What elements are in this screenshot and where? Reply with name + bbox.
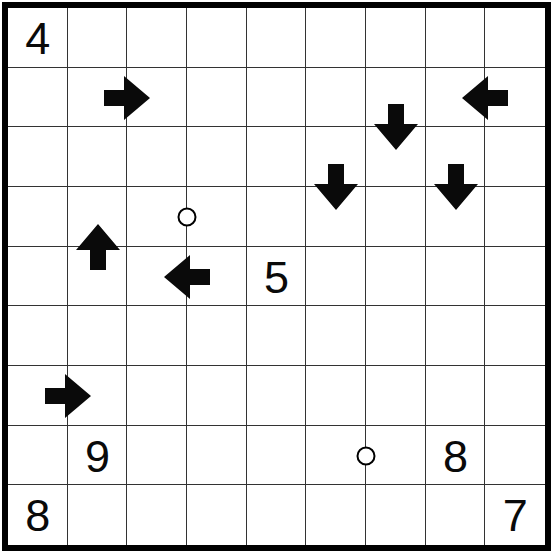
cell-r1c1[interactable] [8,8,68,68]
cell-r8c5[interactable] [247,426,307,486]
cell-r9c2[interactable] [68,485,128,545]
cell-r8c7[interactable] [366,426,426,486]
cell-r4c9[interactable] [485,187,545,247]
cell-r5c8[interactable] [426,247,486,307]
cell-r8c8[interactable] [426,426,486,486]
cell-r1c2[interactable] [68,8,128,68]
cell-r5c5[interactable] [247,247,307,307]
cell-r6c6[interactable] [306,306,366,366]
cell-r3c1[interactable] [8,127,68,187]
cell-r9c5[interactable] [247,485,307,545]
cell-r7c4[interactable] [187,366,247,426]
cell-r9c1[interactable] [8,485,68,545]
cell-r5c9[interactable] [485,247,545,307]
cell-r4c5[interactable] [247,187,307,247]
cell-r4c6[interactable] [306,187,366,247]
cell-r3c5[interactable] [247,127,307,187]
cell-r9c3[interactable] [127,485,187,545]
cell-r6c1[interactable] [8,306,68,366]
cell-r4c3[interactable] [127,187,187,247]
cell-r7c1[interactable] [8,366,68,426]
cell-r1c7[interactable] [366,8,426,68]
cell-r7c7[interactable] [366,366,426,426]
cell-r8c2[interactable] [68,426,128,486]
cell-r4c1[interactable] [8,187,68,247]
cell-r3c6[interactable] [306,127,366,187]
cell-r2c4[interactable] [187,68,247,128]
cell-r1c8[interactable] [426,8,486,68]
cell-r5c3[interactable] [127,247,187,307]
cell-r3c8[interactable] [426,127,486,187]
cell-r5c4[interactable] [187,247,247,307]
cell-r5c1[interactable] [8,247,68,307]
cell-r3c4[interactable] [187,127,247,187]
cell-r3c7[interactable] [366,127,426,187]
cell-r3c9[interactable] [485,127,545,187]
cell-r8c4[interactable] [187,426,247,486]
cell-r2c1[interactable] [8,68,68,128]
cell-r9c9[interactable] [485,485,545,545]
cell-r6c9[interactable] [485,306,545,366]
cell-r9c8[interactable] [426,485,486,545]
cell-r1c5[interactable] [247,8,307,68]
cell-r6c8[interactable] [426,306,486,366]
cell-r9c4[interactable] [187,485,247,545]
cell-r1c9[interactable] [485,8,545,68]
cell-r4c4[interactable] [187,187,247,247]
puzzle-grid [8,8,545,545]
cell-r2c2[interactable] [68,68,128,128]
cell-r4c2[interactable] [68,187,128,247]
cell-r2c3[interactable] [127,68,187,128]
cell-r8c1[interactable] [8,426,68,486]
cell-r4c8[interactable] [426,187,486,247]
cell-r6c5[interactable] [247,306,307,366]
cell-r2c7[interactable] [366,68,426,128]
cell-r7c6[interactable] [306,366,366,426]
cell-r6c2[interactable] [68,306,128,366]
cell-r8c6[interactable] [306,426,366,486]
cell-r7c2[interactable] [68,366,128,426]
cell-r5c6[interactable] [306,247,366,307]
cell-r1c6[interactable] [306,8,366,68]
cell-r1c4[interactable] [187,8,247,68]
cell-r3c2[interactable] [68,127,128,187]
cell-r6c7[interactable] [366,306,426,366]
cell-r5c2[interactable] [68,247,128,307]
cell-r9c7[interactable] [366,485,426,545]
cell-r8c9[interactable] [485,426,545,486]
cell-r7c3[interactable] [127,366,187,426]
cell-r4c7[interactable] [366,187,426,247]
cell-r2c8[interactable] [426,68,486,128]
cell-r7c8[interactable] [426,366,486,426]
cell-r7c9[interactable] [485,366,545,426]
puzzle-board: 459887 [2,2,551,551]
cell-r1c3[interactable] [127,8,187,68]
cell-r2c5[interactable] [247,68,307,128]
cell-r9c6[interactable] [306,485,366,545]
cell-r2c6[interactable] [306,68,366,128]
cell-r5c7[interactable] [366,247,426,307]
cell-r6c4[interactable] [187,306,247,366]
cell-r6c3[interactable] [127,306,187,366]
cell-r3c3[interactable] [127,127,187,187]
cell-r7c5[interactable] [247,366,307,426]
cell-r2c9[interactable] [485,68,545,128]
cell-r8c3[interactable] [127,426,187,486]
